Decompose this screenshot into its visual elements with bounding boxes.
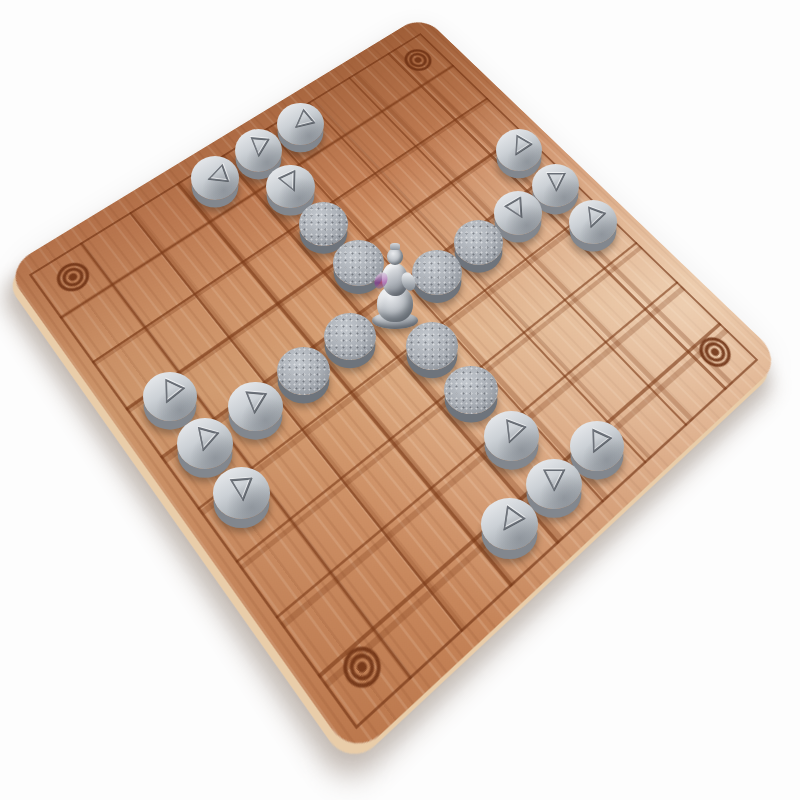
- attacker-f9[interactable]: △: [569, 200, 617, 244]
- attacker-i6[interactable]: △: [570, 421, 624, 470]
- triangle-stamp: △: [229, 475, 254, 506]
- triangle-stamp: △: [200, 163, 230, 190]
- triangle-stamp: △: [243, 390, 267, 420]
- triangle-stamp: △: [497, 417, 527, 451]
- defender-e7[interactable]: [454, 220, 503, 265]
- attacker-a6[interactable]: △: [277, 103, 323, 145]
- board-grid: [29, 33, 759, 729]
- triangle-stamp: △: [546, 171, 565, 196]
- triangle-stamp: △: [543, 468, 565, 497]
- triangle-stamp: △: [190, 425, 219, 459]
- king-e5[interactable]: [365, 227, 425, 331]
- attacker-d1[interactable]: △: [143, 372, 197, 422]
- triangle-stamp: △: [248, 136, 269, 162]
- defender-f5[interactable]: [406, 322, 458, 369]
- triangle-stamp: △: [285, 108, 315, 138]
- triangle-stamp: △: [580, 205, 607, 235]
- attacker-i4[interactable]: △: [481, 498, 538, 550]
- king-head: [387, 248, 403, 265]
- triangle-stamp: △: [503, 196, 532, 227]
- triangle-stamp: △: [277, 170, 305, 201]
- attacker-e8[interactable]: △: [494, 191, 542, 235]
- king-crown: [390, 243, 400, 250]
- attacker-e1[interactable]: △: [177, 418, 233, 469]
- triangle-stamp: △: [581, 427, 613, 462]
- defender-e4[interactable]: [324, 313, 376, 360]
- triangle-stamp: △: [505, 133, 533, 163]
- attacker-h5[interactable]: △: [484, 411, 538, 460]
- attacker-a5[interactable]: △: [235, 129, 282, 172]
- defender-g5[interactable]: [444, 366, 497, 414]
- triangle-stamp: △: [492, 503, 528, 540]
- attacker-a4[interactable]: △: [191, 156, 239, 200]
- triangle-stamp: △: [154, 377, 186, 412]
- attacker-e2[interactable]: △: [228, 382, 282, 432]
- attacker-e9[interactable]: △: [532, 164, 579, 207]
- defender-e3[interactable]: [277, 347, 330, 395]
- attacker-b5[interactable]: △: [266, 165, 314, 209]
- attacker-d9[interactable]: △: [496, 129, 542, 171]
- attacker-f1[interactable]: △: [213, 467, 270, 519]
- attacker-i5[interactable]: △: [526, 459, 582, 510]
